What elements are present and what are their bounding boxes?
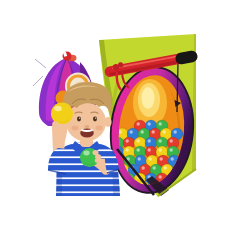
product-photo: Smiling toddler boy in a blue striped po…	[0, 0, 235, 235]
yellow-ball-highlight	[54, 106, 62, 112]
ball-highlight	[170, 139, 173, 142]
ball-highlight	[141, 130, 144, 133]
finger	[52, 121, 58, 126]
ball-highlight	[137, 148, 140, 151]
ball-highlight	[163, 130, 166, 133]
green-ball-highlight	[83, 151, 89, 156]
ball-highlight	[148, 148, 151, 151]
boy-cheek-right	[96, 126, 103, 131]
ball-highlight	[137, 139, 140, 142]
ball-highlight	[170, 148, 173, 151]
ball-highlight	[153, 166, 156, 169]
ball-highlight	[152, 130, 155, 133]
ball-highlight	[119, 130, 122, 133]
boy-cheek-left	[72, 126, 79, 131]
ball-highlight	[148, 122, 151, 125]
finger	[64, 123, 70, 128]
ball-highlight	[171, 157, 174, 160]
boy-eye-left	[77, 117, 81, 122]
window-back-glow-core	[142, 87, 155, 109]
eye-glint	[95, 118, 96, 119]
ball-highlight	[160, 157, 163, 160]
ball-highlight	[159, 148, 162, 151]
ball-highlight	[142, 166, 145, 169]
finger	[58, 124, 64, 129]
ball-highlight	[164, 166, 167, 169]
ball-highlight	[148, 139, 151, 142]
ball-highlight	[126, 139, 129, 142]
ball-highlight	[159, 122, 162, 125]
ball-highlight	[138, 157, 141, 160]
ball-highlight	[149, 157, 152, 160]
ball-highlight	[126, 148, 129, 151]
ball-highlight	[130, 130, 133, 133]
ball-highlight	[174, 130, 177, 133]
ball-highlight	[159, 175, 162, 178]
product-photo-canvas	[0, 0, 235, 235]
boy-nose	[85, 125, 90, 128]
ball-highlight	[137, 122, 140, 125]
eye-glint	[79, 118, 80, 119]
yellow-ball	[51, 103, 73, 125]
boy-eye-right	[93, 117, 97, 122]
ball-highlight	[159, 139, 162, 142]
